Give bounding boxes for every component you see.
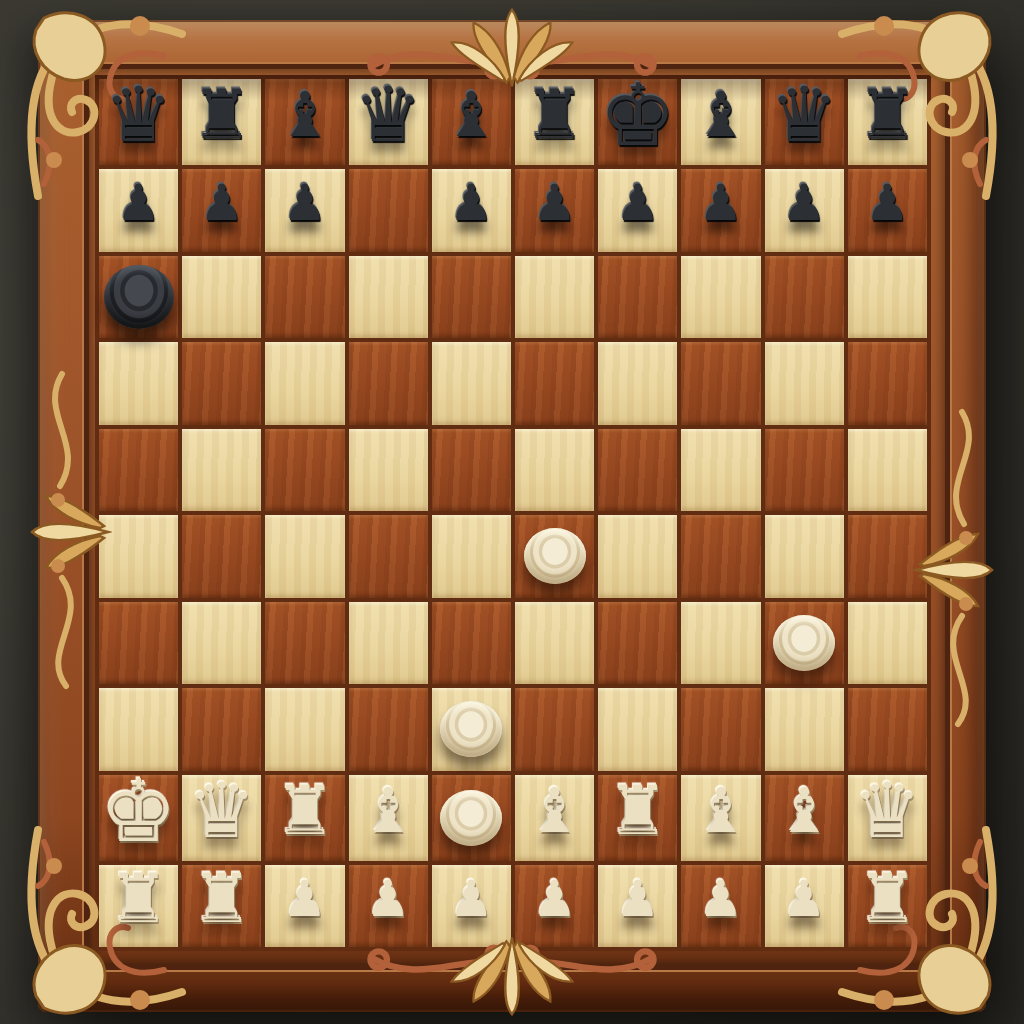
square-h10[interactable]: ♝ bbox=[681, 79, 760, 165]
square-g8[interactable] bbox=[598, 256, 677, 339]
square-a10[interactable]: ♛ bbox=[99, 79, 178, 165]
square-b1[interactable]: ♜ bbox=[182, 865, 261, 948]
square-d7[interactable] bbox=[349, 342, 428, 425]
square-e1[interactable]: ♟ bbox=[432, 865, 511, 948]
square-d5[interactable] bbox=[349, 515, 428, 598]
black-pawn-c9[interactable]: ♟ bbox=[283, 178, 328, 228]
square-g3[interactable] bbox=[598, 688, 677, 771]
square-d3[interactable] bbox=[349, 688, 428, 771]
white-queen-j2[interactable]: ♛ bbox=[853, 773, 921, 849]
white-rook-b1[interactable]: ♜ bbox=[191, 865, 252, 933]
square-i5[interactable] bbox=[765, 515, 844, 598]
square-j10[interactable]: ♜ bbox=[848, 79, 927, 165]
white-pawn-h1[interactable]: ♟ bbox=[699, 874, 744, 924]
black-rook-f10[interactable]: ♜ bbox=[524, 81, 585, 149]
square-h8[interactable] bbox=[681, 256, 760, 339]
white-pawn-c1[interactable]: ♟ bbox=[283, 874, 328, 924]
square-f8[interactable] bbox=[515, 256, 594, 339]
square-c2[interactable]: ♜ bbox=[265, 775, 344, 861]
white-pawn-g1[interactable]: ♟ bbox=[615, 874, 660, 924]
black-bishop-h10[interactable]: ♝ bbox=[693, 84, 749, 146]
white-bishop-f2[interactable]: ♝ bbox=[527, 780, 583, 842]
white-bishop-h2[interactable]: ♝ bbox=[693, 780, 749, 842]
square-i10[interactable]: ♛ bbox=[765, 79, 844, 165]
white-checker-disc-e3[interactable] bbox=[440, 701, 502, 757]
square-h9[interactable]: ♟ bbox=[681, 169, 760, 252]
square-f3[interactable] bbox=[515, 688, 594, 771]
black-queen-a10[interactable]: ♛ bbox=[105, 77, 173, 153]
square-g9[interactable]: ♟ bbox=[598, 169, 677, 252]
white-rook-j1[interactable]: ♜ bbox=[857, 865, 918, 933]
square-d9[interactable] bbox=[349, 169, 428, 252]
square-b8[interactable] bbox=[182, 256, 261, 339]
square-c5[interactable] bbox=[265, 515, 344, 598]
square-h6[interactable] bbox=[681, 429, 760, 512]
square-j5[interactable] bbox=[848, 515, 927, 598]
black-pawn-h9[interactable]: ♟ bbox=[699, 178, 744, 228]
square-e8[interactable] bbox=[432, 256, 511, 339]
black-pawn-b9[interactable]: ♟ bbox=[199, 178, 244, 228]
square-j3[interactable] bbox=[848, 688, 927, 771]
square-e5[interactable] bbox=[432, 515, 511, 598]
square-e7[interactable] bbox=[432, 342, 511, 425]
black-rook-b10[interactable]: ♜ bbox=[191, 81, 252, 149]
square-j8[interactable] bbox=[848, 256, 927, 339]
black-pawn-i9[interactable]: ♟ bbox=[782, 178, 827, 228]
white-queen-b2[interactable]: ♛ bbox=[188, 773, 256, 849]
square-e6[interactable] bbox=[432, 429, 511, 512]
black-queen-d10[interactable]: ♛ bbox=[354, 77, 422, 153]
square-a9[interactable]: ♟ bbox=[99, 169, 178, 252]
square-e2[interactable] bbox=[432, 775, 511, 861]
square-d10[interactable]: ♛ bbox=[349, 79, 428, 165]
black-pawn-f9[interactable]: ♟ bbox=[532, 178, 577, 228]
square-b5[interactable] bbox=[182, 515, 261, 598]
black-rook-j10[interactable]: ♜ bbox=[857, 81, 918, 149]
square-f1[interactable]: ♟ bbox=[515, 865, 594, 948]
square-c7[interactable] bbox=[265, 342, 344, 425]
white-checker-disc-e2[interactable] bbox=[440, 790, 502, 846]
square-g5[interactable] bbox=[598, 515, 677, 598]
square-f9[interactable]: ♟ bbox=[515, 169, 594, 252]
black-bishop-c10[interactable]: ♝ bbox=[277, 84, 333, 146]
square-e4[interactable] bbox=[432, 602, 511, 685]
square-h5[interactable] bbox=[681, 515, 760, 598]
square-b3[interactable] bbox=[182, 688, 261, 771]
square-b2[interactable]: ♛ bbox=[182, 775, 261, 861]
square-h3[interactable] bbox=[681, 688, 760, 771]
square-a8[interactable] bbox=[99, 256, 178, 339]
square-j4[interactable] bbox=[848, 602, 927, 685]
black-checker-disc-a8[interactable] bbox=[104, 265, 174, 329]
square-g1[interactable]: ♟ bbox=[598, 865, 677, 948]
black-pawn-j9[interactable]: ♟ bbox=[865, 178, 910, 228]
square-f5[interactable] bbox=[515, 515, 594, 598]
black-pawn-a9[interactable]: ♟ bbox=[116, 178, 161, 228]
square-j1[interactable]: ♜ bbox=[848, 865, 927, 948]
square-b10[interactable]: ♜ bbox=[182, 79, 261, 165]
white-checker-disc-i4[interactable] bbox=[773, 615, 835, 671]
square-i8[interactable] bbox=[765, 256, 844, 339]
square-j7[interactable] bbox=[848, 342, 927, 425]
square-j9[interactable]: ♟ bbox=[848, 169, 927, 252]
white-rook-g2[interactable]: ♜ bbox=[607, 777, 668, 845]
square-i3[interactable] bbox=[765, 688, 844, 771]
white-rook-c2[interactable]: ♜ bbox=[275, 777, 336, 845]
square-d4[interactable] bbox=[349, 602, 428, 685]
square-d6[interactable] bbox=[349, 429, 428, 512]
chess-scene: ♛♜♝♛♝♜♚♝♛♜♟♟♟♟♟♟♟♟♟♚♛♜♝♝♜♝♝♛♜♜♟♟♟♟♟♟♟♜ bbox=[0, 0, 1024, 1024]
square-f7[interactable] bbox=[515, 342, 594, 425]
square-j2[interactable]: ♛ bbox=[848, 775, 927, 861]
square-i2[interactable]: ♝ bbox=[765, 775, 844, 861]
white-pawn-e1[interactable]: ♟ bbox=[449, 874, 494, 924]
square-a3[interactable] bbox=[99, 688, 178, 771]
square-e9[interactable]: ♟ bbox=[432, 169, 511, 252]
square-i9[interactable]: ♟ bbox=[765, 169, 844, 252]
board: ♛♜♝♛♝♜♚♝♛♜♟♟♟♟♟♟♟♟♟♚♛♜♝♝♜♝♝♛♜♜♟♟♟♟♟♟♟♜ bbox=[95, 75, 931, 951]
black-pawn-g9[interactable]: ♟ bbox=[615, 178, 660, 228]
square-g6[interactable] bbox=[598, 429, 677, 512]
square-g10[interactable]: ♚ bbox=[598, 79, 677, 165]
square-f2[interactable]: ♝ bbox=[515, 775, 594, 861]
square-b6[interactable] bbox=[182, 429, 261, 512]
square-e3[interactable] bbox=[432, 688, 511, 771]
square-c6[interactable] bbox=[265, 429, 344, 512]
square-g7[interactable] bbox=[598, 342, 677, 425]
square-i7[interactable] bbox=[765, 342, 844, 425]
square-d2[interactable]: ♝ bbox=[349, 775, 428, 861]
square-d1[interactable]: ♟ bbox=[349, 865, 428, 948]
white-rook-a1[interactable]: ♜ bbox=[108, 865, 169, 933]
white-checker-disc-f5[interactable] bbox=[524, 528, 586, 584]
square-j6[interactable] bbox=[848, 429, 927, 512]
square-c1[interactable]: ♟ bbox=[265, 865, 344, 948]
white-king-a2[interactable]: ♚ bbox=[100, 768, 177, 854]
square-a5[interactable] bbox=[99, 515, 178, 598]
black-pawn-e9[interactable]: ♟ bbox=[449, 178, 494, 228]
square-a6[interactable] bbox=[99, 429, 178, 512]
square-g4[interactable] bbox=[598, 602, 677, 685]
square-c10[interactable]: ♝ bbox=[265, 79, 344, 165]
square-i4[interactable] bbox=[765, 602, 844, 685]
square-f10[interactable]: ♜ bbox=[515, 79, 594, 165]
square-i6[interactable] bbox=[765, 429, 844, 512]
square-h4[interactable] bbox=[681, 602, 760, 685]
black-queen-i10[interactable]: ♛ bbox=[770, 77, 838, 153]
square-a4[interactable] bbox=[99, 602, 178, 685]
square-h1[interactable]: ♟ bbox=[681, 865, 760, 948]
square-b4[interactable] bbox=[182, 602, 261, 685]
square-b9[interactable]: ♟ bbox=[182, 169, 261, 252]
square-a1[interactable]: ♜ bbox=[99, 865, 178, 948]
square-f4[interactable] bbox=[515, 602, 594, 685]
white-bishop-d2[interactable]: ♝ bbox=[360, 780, 416, 842]
white-pawn-d1[interactable]: ♟ bbox=[366, 874, 411, 924]
square-h7[interactable] bbox=[681, 342, 760, 425]
square-h2[interactable]: ♝ bbox=[681, 775, 760, 861]
black-bishop-e10[interactable]: ♝ bbox=[444, 84, 500, 146]
square-c9[interactable]: ♟ bbox=[265, 169, 344, 252]
square-f6[interactable] bbox=[515, 429, 594, 512]
white-pawn-f1[interactable]: ♟ bbox=[532, 874, 577, 924]
black-king-g10[interactable]: ♚ bbox=[599, 72, 676, 158]
square-b7[interactable] bbox=[182, 342, 261, 425]
square-a7[interactable] bbox=[99, 342, 178, 425]
square-d8[interactable] bbox=[349, 256, 428, 339]
square-g2[interactable]: ♜ bbox=[598, 775, 677, 861]
square-a2[interactable]: ♚ bbox=[99, 775, 178, 861]
square-e10[interactable]: ♝ bbox=[432, 79, 511, 165]
white-pawn-i1[interactable]: ♟ bbox=[782, 874, 827, 924]
white-bishop-i2[interactable]: ♝ bbox=[776, 780, 832, 842]
square-c3[interactable] bbox=[265, 688, 344, 771]
square-c8[interactable] bbox=[265, 256, 344, 339]
square-c4[interactable] bbox=[265, 602, 344, 685]
square-i1[interactable]: ♟ bbox=[765, 865, 844, 948]
